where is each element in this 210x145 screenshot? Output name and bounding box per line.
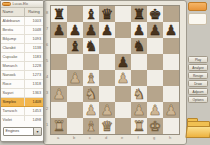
piece-black-knight[interactable]: ♞ bbox=[133, 39, 146, 53]
analyze-button[interactable]: Analyze bbox=[188, 64, 208, 71]
column-header-name[interactable]: Name bbox=[1, 8, 25, 16]
window-icon bbox=[2, 2, 11, 6]
piece-white-pawn[interactable]: ♟ bbox=[85, 103, 98, 117]
opponent-row[interactable]: Violet1498 bbox=[1, 116, 43, 121]
piece-white-rook[interactable]: ♜ bbox=[53, 119, 66, 133]
opponent-rating[interactable]: 1093 bbox=[25, 35, 43, 43]
resign-button[interactable]: Resign bbox=[188, 72, 208, 79]
square-a6[interactable] bbox=[51, 38, 67, 54]
square-f7[interactable]: ♟ bbox=[131, 22, 147, 38]
square-c2[interactable]: ♟ bbox=[83, 102, 99, 118]
column-header-rating[interactable]: Rating bbox=[25, 8, 43, 16]
opponent-name[interactable]: Monarch bbox=[1, 62, 25, 70]
piece-black-bishop[interactable]: ♝ bbox=[85, 7, 98, 21]
square-a8[interactable]: ♜ bbox=[51, 6, 67, 22]
piece-black-pawn[interactable]: ♟ bbox=[53, 23, 66, 37]
white-clock-box bbox=[188, 13, 207, 25]
square-c8[interactable]: ♝ bbox=[83, 6, 99, 22]
square-e1[interactable] bbox=[115, 118, 131, 134]
piece-white-pawn[interactable]: ♟ bbox=[117, 71, 130, 85]
square-h1[interactable] bbox=[163, 118, 179, 134]
piece-white-knight[interactable]: ♞ bbox=[85, 87, 98, 101]
piece-black-pawn[interactable]: ♟ bbox=[101, 23, 114, 37]
piece-white-pawn[interactable]: ♟ bbox=[101, 103, 114, 117]
square-a2[interactable] bbox=[51, 102, 67, 118]
square-b1[interactable] bbox=[67, 118, 83, 134]
piece-black-pawn[interactable]: ♟ bbox=[85, 23, 98, 37]
file-label-d: d bbox=[98, 134, 114, 142]
square-h5[interactable] bbox=[163, 54, 179, 70]
square-g1[interactable]: ♚ bbox=[147, 118, 163, 134]
square-g7[interactable]: ♟ bbox=[147, 22, 163, 38]
file-label-b: b bbox=[66, 134, 82, 142]
opponents-table-body: Aldebaran1003Bestia1048Bikjump1093Clarab… bbox=[1, 17, 43, 121]
piece-black-king[interactable]: ♚ bbox=[149, 7, 162, 21]
piece-black-pawn[interactable]: ♟ bbox=[117, 55, 130, 69]
square-e2[interactable] bbox=[115, 102, 131, 118]
opponent-name[interactable]: Simplex bbox=[1, 98, 25, 106]
black-clock-box bbox=[188, 2, 207, 11]
piece-white-bishop[interactable]: ♝ bbox=[85, 71, 98, 85]
opponent-rating[interactable]: 1408 bbox=[25, 98, 43, 106]
opponent-name[interactable]: Aldebaran bbox=[1, 17, 25, 25]
piece-white-pawn[interactable]: ♟ bbox=[53, 87, 66, 101]
piece-black-pawn[interactable]: ♟ bbox=[165, 23, 178, 37]
opponents-window-titlebar[interactable]: Lucas-Elo bbox=[1, 1, 43, 8]
piece-white-pawn[interactable]: ♟ bbox=[165, 103, 178, 117]
square-a1[interactable]: ♜ bbox=[51, 118, 67, 134]
opponent-row[interactable]: Nanook1273 bbox=[1, 71, 43, 80]
square-b5[interactable] bbox=[67, 54, 83, 70]
square-f3[interactable]: ♞ bbox=[131, 86, 147, 102]
square-g8[interactable]: ♚ bbox=[147, 6, 163, 22]
opponent-rating[interactable]: 1363 bbox=[25, 89, 43, 97]
opponent-rating[interactable]: 1138 bbox=[25, 44, 43, 52]
square-f4[interactable] bbox=[131, 70, 147, 86]
square-d7[interactable]: ♟ bbox=[99, 22, 115, 38]
square-c4[interactable]: ♝ bbox=[83, 70, 99, 86]
square-d6[interactable] bbox=[99, 38, 115, 54]
square-f2[interactable]: ♟ bbox=[131, 102, 147, 118]
opponent-name[interactable]: Bikjump bbox=[1, 35, 25, 43]
square-h7[interactable]: ♟ bbox=[163, 22, 179, 38]
square-d3[interactable] bbox=[99, 86, 115, 102]
opponent-rating[interactable]: 1498 bbox=[25, 116, 43, 121]
square-c5[interactable] bbox=[83, 54, 99, 70]
combobox-value: Engines bbox=[4, 128, 33, 135]
folder-icon[interactable] bbox=[186, 116, 210, 140]
opponent-rating[interactable]: 1453 bbox=[25, 107, 43, 115]
opponent-row[interactable]: Simplex1408 bbox=[1, 98, 43, 107]
opponent-row[interactable]: Roce1318 bbox=[1, 80, 43, 89]
square-g3[interactable] bbox=[147, 86, 163, 102]
opponents-window: Lucas-Elo Name Rating Aldebaran1003Besti… bbox=[0, 0, 44, 142]
opponent-name[interactable]: Tarrasch bbox=[1, 107, 25, 115]
square-a4[interactable] bbox=[51, 70, 67, 86]
opponent-rating[interactable]: 1003 bbox=[25, 17, 43, 25]
square-b4[interactable]: ♟ bbox=[67, 70, 83, 86]
opponent-name[interactable]: Bestia bbox=[1, 26, 25, 34]
square-h8[interactable] bbox=[163, 6, 179, 22]
file-label-h: h bbox=[162, 134, 178, 142]
piece-black-queen[interactable]: ♛ bbox=[101, 7, 114, 21]
square-b8[interactable] bbox=[67, 6, 83, 22]
opponents-window-title: Lucas-Elo bbox=[13, 2, 29, 6]
adjourn-button[interactable]: Adjourn bbox=[188, 88, 208, 95]
piece-white-pawn[interactable]: ♟ bbox=[149, 103, 162, 117]
opponent-rating[interactable]: 1183 bbox=[25, 53, 43, 61]
square-d1[interactable]: ♛ bbox=[99, 118, 115, 134]
play-button[interactable]: Play bbox=[188, 56, 208, 63]
opponent-rating[interactable]: 1318 bbox=[25, 80, 43, 88]
file-label-f: f bbox=[130, 134, 146, 142]
opponent-row[interactable]: Bestia1048 bbox=[1, 26, 43, 35]
square-e8[interactable] bbox=[115, 6, 131, 22]
square-b3[interactable] bbox=[67, 86, 83, 102]
opponent-rating[interactable]: 1228 bbox=[25, 62, 43, 70]
file-labels: abcdefgh bbox=[50, 134, 178, 142]
square-c1[interactable]: ♝ bbox=[83, 118, 99, 134]
square-h3[interactable] bbox=[163, 86, 179, 102]
square-e4[interactable]: ♟ bbox=[115, 70, 131, 86]
square-g4[interactable] bbox=[147, 70, 163, 86]
opponents-table-header: Name Rating bbox=[1, 8, 43, 17]
piece-white-pawn[interactable]: ♟ bbox=[133, 103, 146, 117]
piece-white-knight[interactable]: ♞ bbox=[133, 87, 146, 101]
piece-black-rook[interactable]: ♜ bbox=[133, 7, 146, 21]
draw-button[interactable]: Draw bbox=[188, 80, 208, 87]
piece-black-rook[interactable]: ♜ bbox=[53, 7, 66, 21]
file-label-a: a bbox=[50, 134, 66, 142]
file-label-g: g bbox=[146, 134, 162, 142]
square-f5[interactable] bbox=[131, 54, 147, 70]
opponent-rating[interactable]: 1273 bbox=[25, 71, 43, 79]
piece-white-rook[interactable]: ♜ bbox=[133, 119, 146, 133]
square-a3[interactable]: ♟ bbox=[51, 86, 67, 102]
square-d8[interactable]: ♛ bbox=[99, 6, 115, 22]
opponent-row[interactable]: Bikjump1093 bbox=[1, 35, 43, 44]
opponent-name[interactable]: Violet bbox=[1, 116, 25, 121]
square-b2[interactable] bbox=[67, 102, 83, 118]
piece-black-pawn[interactable]: ♟ bbox=[133, 23, 146, 37]
file-label-e: e bbox=[114, 134, 130, 142]
piece-white-queen[interactable]: ♛ bbox=[101, 119, 114, 133]
opponent-row[interactable]: Clarabit1138 bbox=[1, 44, 43, 53]
square-e7[interactable] bbox=[115, 22, 131, 38]
opponent-type-combobox[interactable]: Engines ▾ bbox=[3, 127, 42, 136]
square-a5[interactable] bbox=[51, 54, 67, 70]
square-h6[interactable] bbox=[163, 38, 179, 54]
piece-white-pawn[interactable]: ♟ bbox=[69, 71, 82, 85]
chevron-down-icon[interactable]: ▾ bbox=[33, 128, 41, 135]
square-c3[interactable]: ♞ bbox=[83, 86, 99, 102]
square-d5[interactable] bbox=[99, 54, 115, 70]
piece-black-bishop[interactable]: ♝ bbox=[69, 39, 82, 53]
opponent-row[interactable]: Monarch1228 bbox=[1, 62, 43, 71]
opponent-name[interactable]: Roce bbox=[1, 80, 25, 88]
piece-white-bishop[interactable]: ♝ bbox=[85, 119, 98, 133]
square-e5[interactable]: ♟ bbox=[115, 54, 131, 70]
square-c6[interactable]: ♞ bbox=[83, 38, 99, 54]
opponent-name[interactable]: Sayuri bbox=[1, 89, 25, 97]
opponent-row[interactable]: Aldebaran1003 bbox=[1, 17, 43, 26]
opponent-row[interactable]: Tarrasch1453 bbox=[1, 107, 43, 116]
chess-board[interactable]: ♜♝♛♜♚♟♟♟♟♟♟♟♝♞♞♟♟♝♟♟♞♞♟♟♟♟♟♜♝♛♜♚ bbox=[50, 5, 180, 135]
square-a7[interactable]: ♟ bbox=[51, 22, 67, 38]
square-d4[interactable] bbox=[99, 70, 115, 86]
opponent-name[interactable]: Nanook bbox=[1, 71, 25, 79]
piece-black-pawn[interactable]: ♟ bbox=[149, 23, 162, 37]
square-h2[interactable]: ♟ bbox=[163, 102, 179, 118]
opponent-name[interactable]: Clarabit bbox=[1, 44, 25, 52]
file-label-c: c bbox=[82, 134, 98, 142]
opponent-rating[interactable]: 1048 bbox=[25, 26, 43, 34]
square-f6[interactable]: ♞ bbox=[131, 38, 147, 54]
piece-black-knight[interactable]: ♞ bbox=[85, 39, 98, 53]
piece-black-pawn[interactable]: ♟ bbox=[69, 23, 82, 37]
square-b6[interactable]: ♝ bbox=[67, 38, 83, 54]
square-d2[interactable]: ♟ bbox=[99, 102, 115, 118]
piece-white-king[interactable]: ♚ bbox=[149, 119, 162, 133]
square-g5[interactable] bbox=[147, 54, 163, 70]
opponent-row[interactable]: Cupcake1183 bbox=[1, 53, 43, 62]
opponent-row[interactable]: Sayuri1363 bbox=[1, 89, 43, 98]
square-e6[interactable] bbox=[115, 38, 131, 54]
square-f8[interactable]: ♜ bbox=[131, 6, 147, 22]
square-c7[interactable]: ♟ bbox=[83, 22, 99, 38]
opponent-name[interactable]: Cupcake bbox=[1, 53, 25, 61]
square-e3[interactable] bbox=[115, 86, 131, 102]
square-g6[interactable] bbox=[147, 38, 163, 54]
square-h4[interactable] bbox=[163, 70, 179, 86]
square-g2[interactable]: ♟ bbox=[147, 102, 163, 118]
square-f1[interactable]: ♜ bbox=[131, 118, 147, 134]
square-b7[interactable]: ♟ bbox=[67, 22, 83, 38]
options-button[interactable]: Options bbox=[188, 96, 208, 103]
